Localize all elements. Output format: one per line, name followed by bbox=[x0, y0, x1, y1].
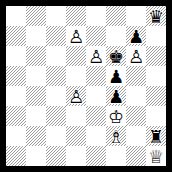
square-d1[interactable] bbox=[66, 146, 86, 166]
black-pawn[interactable]: ♟♟ bbox=[126, 26, 146, 46]
white-queen-glyph: ♕ bbox=[146, 146, 166, 166]
square-b3[interactable] bbox=[26, 106, 46, 126]
square-c8[interactable] bbox=[46, 6, 66, 26]
square-h1[interactable]: ♛♕ bbox=[146, 146, 166, 166]
square-e6[interactable]: ♟♙ bbox=[86, 46, 106, 66]
square-h3[interactable] bbox=[146, 106, 166, 126]
white-bishop-glyph: ♗ bbox=[106, 126, 126, 146]
square-h5[interactable] bbox=[146, 66, 166, 86]
white-queen[interactable]: ♛♕ bbox=[146, 146, 166, 166]
board-frame: ♛♛♟♙♟♟♟♙♚♚♟♙♟♟♟♙♟♟♚♔♝♗♜♜♛♕ bbox=[0, 0, 172, 172]
white-bishop[interactable]: ♝♗ bbox=[106, 126, 126, 146]
square-d8[interactable] bbox=[66, 6, 86, 26]
square-c7[interactable] bbox=[46, 26, 66, 46]
square-b5[interactable] bbox=[26, 66, 46, 86]
square-b4[interactable] bbox=[26, 86, 46, 106]
square-d4[interactable]: ♟♙ bbox=[66, 86, 86, 106]
black-rook[interactable]: ♜♜ bbox=[146, 126, 166, 146]
white-pawn[interactable]: ♟♙ bbox=[66, 26, 86, 46]
chess-board: ♛♛♟♙♟♟♟♙♚♚♟♙♟♟♟♙♟♟♚♔♝♗♜♜♛♕ bbox=[6, 6, 166, 166]
square-c3[interactable] bbox=[46, 106, 66, 126]
square-c1[interactable] bbox=[46, 146, 66, 166]
square-d2[interactable] bbox=[66, 126, 86, 146]
white-pawn-glyph: ♙ bbox=[66, 26, 86, 46]
black-pawn-glyph: ♟ bbox=[126, 26, 146, 46]
square-e3[interactable] bbox=[86, 106, 106, 126]
square-a3[interactable] bbox=[6, 106, 26, 126]
black-pawn-glyph: ♟ bbox=[106, 86, 126, 106]
white-pawn[interactable]: ♟♙ bbox=[86, 46, 106, 66]
square-f8[interactable] bbox=[106, 6, 126, 26]
white-pawn-glyph: ♙ bbox=[126, 46, 146, 66]
white-pawn-glyph: ♙ bbox=[86, 46, 106, 66]
square-d5[interactable] bbox=[66, 66, 86, 86]
black-queen-glyph: ♛ bbox=[146, 6, 166, 26]
square-h8[interactable]: ♛♛ bbox=[146, 6, 166, 26]
square-g6[interactable]: ♟♙ bbox=[126, 46, 146, 66]
square-b2[interactable] bbox=[26, 126, 46, 146]
black-pawn[interactable]: ♟♟ bbox=[106, 66, 126, 86]
square-c4[interactable] bbox=[46, 86, 66, 106]
black-pawn-glyph: ♟ bbox=[106, 66, 126, 86]
square-f4[interactable]: ♟♟ bbox=[106, 86, 126, 106]
square-b7[interactable] bbox=[26, 26, 46, 46]
square-g4[interactable] bbox=[126, 86, 146, 106]
square-g8[interactable] bbox=[126, 6, 146, 26]
square-e4[interactable] bbox=[86, 86, 106, 106]
square-e5[interactable] bbox=[86, 66, 106, 86]
square-h6[interactable] bbox=[146, 46, 166, 66]
black-pawn[interactable]: ♟♟ bbox=[106, 86, 126, 106]
square-f5[interactable]: ♟♟ bbox=[106, 66, 126, 86]
square-f7[interactable] bbox=[106, 26, 126, 46]
square-c5[interactable] bbox=[46, 66, 66, 86]
square-d7[interactable]: ♟♙ bbox=[66, 26, 86, 46]
square-b8[interactable] bbox=[26, 6, 46, 26]
square-f6[interactable]: ♚♚ bbox=[106, 46, 126, 66]
square-a2[interactable] bbox=[6, 126, 26, 146]
square-g2[interactable] bbox=[126, 126, 146, 146]
square-a5[interactable] bbox=[6, 66, 26, 86]
white-king[interactable]: ♚♔ bbox=[106, 106, 126, 126]
square-e2[interactable] bbox=[86, 126, 106, 146]
square-g7[interactable]: ♟♟ bbox=[126, 26, 146, 46]
square-a8[interactable] bbox=[6, 6, 26, 26]
square-a6[interactable] bbox=[6, 46, 26, 66]
white-king-glyph: ♔ bbox=[106, 106, 126, 126]
square-e8[interactable] bbox=[86, 6, 106, 26]
square-f2[interactable]: ♝♗ bbox=[106, 126, 126, 146]
square-a7[interactable] bbox=[6, 26, 26, 46]
square-a4[interactable] bbox=[6, 86, 26, 106]
square-h2[interactable]: ♜♜ bbox=[146, 126, 166, 146]
square-e1[interactable] bbox=[86, 146, 106, 166]
black-king[interactable]: ♚♚ bbox=[106, 46, 126, 66]
square-b6[interactable] bbox=[26, 46, 46, 66]
square-d3[interactable] bbox=[66, 106, 86, 126]
black-rook-glyph: ♜ bbox=[146, 126, 166, 146]
square-c6[interactable] bbox=[46, 46, 66, 66]
square-a1[interactable] bbox=[6, 146, 26, 166]
black-queen[interactable]: ♛♛ bbox=[146, 6, 166, 26]
square-e7[interactable] bbox=[86, 26, 106, 46]
square-d6[interactable] bbox=[66, 46, 86, 66]
white-pawn[interactable]: ♟♙ bbox=[126, 46, 146, 66]
white-pawn-glyph: ♙ bbox=[66, 86, 86, 106]
square-f3[interactable]: ♚♔ bbox=[106, 106, 126, 126]
square-g5[interactable] bbox=[126, 66, 146, 86]
white-pawn[interactable]: ♟♙ bbox=[66, 86, 86, 106]
square-h4[interactable] bbox=[146, 86, 166, 106]
square-g3[interactable] bbox=[126, 106, 146, 126]
black-king-glyph: ♚ bbox=[106, 46, 126, 66]
square-b1[interactable] bbox=[26, 146, 46, 166]
square-g1[interactable] bbox=[126, 146, 146, 166]
square-f1[interactable] bbox=[106, 146, 126, 166]
square-c2[interactable] bbox=[46, 126, 66, 146]
square-h7[interactable] bbox=[146, 26, 166, 46]
